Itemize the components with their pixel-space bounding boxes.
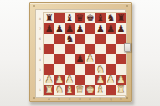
rank-label: 5 <box>37 44 43 54</box>
demo-board-frame: 87654321 abcdefgh ♜♝♛♚♝♞♜♟♟♟♟♟♟♟♞♟♟♞♟♟♟♟… <box>29 2 132 102</box>
black-pawn: ♟ <box>76 54 84 63</box>
white-pawn: ♟ <box>106 75 114 84</box>
photo-backdrop: 87654321 abcdefgh ♜♝♛♚♝♞♜♟♟♟♟♟♟♟♞♟♟♞♟♟♟♟… <box>0 0 160 106</box>
square-b7[interactable]: ♟ <box>54 23 64 33</box>
square-c6[interactable]: ♞ <box>65 34 75 44</box>
square-e4[interactable]: ♟ <box>85 54 95 64</box>
square-h1[interactable]: ♜ <box>116 85 126 95</box>
black-pawn: ♟ <box>45 24 53 33</box>
square-e8[interactable]: ♚ <box>85 13 95 23</box>
black-pawn: ♟ <box>76 24 84 33</box>
rank-label: 1 <box>37 85 43 95</box>
black-pawn: ♟ <box>55 24 63 33</box>
square-b4[interactable] <box>54 54 64 64</box>
square-g4[interactable] <box>106 54 116 64</box>
white-pawn: ♟ <box>86 54 94 63</box>
white-king: ♚ <box>86 85 94 94</box>
square-f7[interactable]: ♟ <box>95 23 105 33</box>
white-bishop: ♝ <box>96 85 104 94</box>
square-b5[interactable] <box>54 44 64 54</box>
square-e3[interactable] <box>85 64 95 74</box>
file-label: f <box>95 95 105 102</box>
rank-label: 4 <box>37 54 43 64</box>
screw-icon <box>126 5 128 7</box>
square-d6[interactable] <box>75 34 85 44</box>
black-knight: ♞ <box>65 34 73 43</box>
square-c4[interactable] <box>65 54 75 64</box>
file-label: d <box>75 95 85 102</box>
file-label: a <box>44 95 54 102</box>
white-pawn: ♟ <box>96 75 104 84</box>
black-rook: ♜ <box>45 13 53 22</box>
white-bishop: ♝ <box>65 85 73 94</box>
white-knight: ♞ <box>55 85 63 94</box>
black-queen: ♛ <box>76 13 84 22</box>
chess-board: ♜♝♛♚♝♞♜♟♟♟♟♟♟♟♞♟♟♞♟♟♟♟♟♟♜♞♝♛♚♝♜ <box>44 13 126 95</box>
square-d1[interactable]: ♛ <box>75 85 85 95</box>
square-e7[interactable] <box>85 23 95 33</box>
black-knight: ♞ <box>106 13 114 22</box>
file-label: b <box>54 95 64 102</box>
square-g7[interactable]: ♟ <box>106 23 116 33</box>
board-panel: 87654321 abcdefgh ♜♝♛♚♝♞♜♟♟♟♟♟♟♟♞♟♟♞♟♟♟♟… <box>35 9 126 98</box>
black-bishop: ♝ <box>96 13 104 22</box>
black-pawn: ♟ <box>65 24 73 33</box>
file-label: e <box>85 95 95 102</box>
file-label: c <box>65 95 75 102</box>
square-e6[interactable] <box>85 34 95 44</box>
square-g5[interactable] <box>106 44 116 54</box>
square-h4[interactable] <box>116 54 126 64</box>
rank-label: 2 <box>37 75 43 85</box>
square-f5[interactable] <box>95 44 105 54</box>
square-b6[interactable] <box>54 34 64 44</box>
black-pawn: ♟ <box>117 24 125 33</box>
black-pawn: ♟ <box>106 24 114 33</box>
white-pawn: ♟ <box>55 75 63 84</box>
square-a5[interactable] <box>44 44 54 54</box>
white-pawn: ♟ <box>117 75 125 84</box>
rank-labels: 87654321 <box>37 13 43 95</box>
white-rook: ♜ <box>117 85 125 94</box>
rank-label: 3 <box>37 64 43 74</box>
square-a7[interactable]: ♟ <box>44 23 54 33</box>
square-e1[interactable]: ♚ <box>85 85 95 95</box>
square-f1[interactable]: ♝ <box>95 85 105 95</box>
file-labels: abcdefgh <box>44 95 126 100</box>
square-a4[interactable] <box>44 54 54 64</box>
square-g1[interactable] <box>106 85 116 95</box>
white-pawn: ♟ <box>65 75 73 84</box>
black-pawn: ♟ <box>96 24 104 33</box>
square-g6[interactable] <box>106 34 116 44</box>
white-knight: ♞ <box>96 65 104 74</box>
square-b1[interactable]: ♞ <box>54 85 64 95</box>
black-rook: ♜ <box>117 13 125 22</box>
square-d7[interactable]: ♟ <box>75 23 85 33</box>
square-c1[interactable]: ♝ <box>65 85 75 95</box>
square-f6[interactable] <box>95 34 105 44</box>
rank-label: 8 <box>37 13 43 23</box>
square-d3[interactable] <box>75 64 85 74</box>
white-pawn: ♟ <box>45 75 53 84</box>
screw-icon <box>33 5 35 7</box>
rank-label: 7 <box>37 23 43 33</box>
file-label: g <box>106 95 116 102</box>
black-king: ♚ <box>86 13 94 22</box>
square-g2[interactable]: ♟ <box>106 75 116 85</box>
white-queen: ♛ <box>76 85 84 94</box>
white-rook: ♜ <box>45 85 53 94</box>
square-c5[interactable] <box>65 44 75 54</box>
black-bishop: ♝ <box>65 13 73 22</box>
screw-icon <box>126 97 128 99</box>
file-label: h <box>116 95 126 102</box>
square-a6[interactable] <box>44 34 54 44</box>
square-a1[interactable]: ♜ <box>44 85 54 95</box>
rank-label: 6 <box>37 34 43 44</box>
square-d4[interactable]: ♟ <box>75 54 85 64</box>
square-h7[interactable]: ♟ <box>116 23 126 33</box>
frame-latch <box>124 43 131 52</box>
